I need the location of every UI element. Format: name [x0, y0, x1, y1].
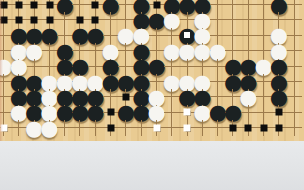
black-territory-marker [123, 94, 130, 101]
board-point [0, 28, 11, 43]
board-point: ● [27, 105, 42, 120]
board-point [256, 43, 271, 58]
board-point: ● [164, 12, 179, 27]
black-territory-marker [107, 109, 114, 116]
board-point: ● [271, 0, 286, 12]
board-point [256, 0, 271, 12]
board-point [256, 120, 271, 135]
board-point [57, 28, 72, 43]
board-point: ● [42, 28, 57, 43]
board-point [88, 0, 103, 12]
black-territory-marker [31, 1, 38, 8]
board-point: ● [72, 28, 87, 43]
board-point [195, 59, 210, 74]
board-point [42, 59, 57, 74]
board-point [180, 12, 195, 27]
board-point: ● [57, 0, 72, 12]
board-point: ● [164, 74, 179, 89]
board-point: ● [134, 89, 149, 104]
board-point [88, 59, 103, 74]
board-point [241, 0, 256, 12]
board-point [195, 120, 210, 135]
board-point: ● [11, 89, 26, 104]
board-point: ● [256, 59, 271, 74]
board-point [225, 89, 240, 104]
board-point [88, 120, 103, 135]
board-point: ● [118, 28, 133, 43]
board-point [27, 0, 42, 12]
board-point: ● [72, 59, 87, 74]
board-point [27, 59, 42, 74]
letterbox-strip [0, 141, 304, 190]
board-point: ● [149, 12, 164, 27]
black-territory-marker [15, 17, 22, 24]
board-point: ● [42, 74, 57, 89]
black-territory-marker [77, 17, 84, 24]
board-point: ● [134, 43, 149, 58]
board-point: ● [271, 28, 286, 43]
white-territory-marker [0, 124, 7, 131]
board-point [118, 89, 133, 104]
board-point [287, 74, 302, 89]
board-point [256, 28, 271, 43]
board-point [72, 0, 87, 12]
board-point [103, 89, 118, 104]
board-point: ● [118, 74, 133, 89]
board-point [287, 89, 302, 104]
board-point [72, 43, 87, 58]
black-territory-marker [46, 17, 53, 24]
board-point [164, 28, 179, 43]
board-point [287, 12, 302, 27]
board-point [11, 0, 26, 12]
board-point: ● [118, 105, 133, 120]
board-point: ● [225, 59, 240, 74]
board-point [241, 43, 256, 58]
board-point: ● [72, 105, 87, 120]
board-point: ● [241, 74, 256, 89]
board-point: ● [72, 74, 87, 89]
go-board[interactable]: ●●●●●●●●●●●●●●●●●●●●●●●●●●●●●●●●●●●●●●●●… [0, 0, 304, 141]
board-point: ● [57, 43, 72, 58]
board-point [57, 12, 72, 27]
board-point [57, 120, 72, 135]
board-point: ● [134, 105, 149, 120]
board-point: ● [225, 105, 240, 120]
board-point [256, 12, 271, 27]
board-point: ● [180, 28, 195, 43]
board-point [287, 43, 302, 58]
board-point [103, 105, 118, 120]
board-point: ● [180, 0, 195, 12]
black-territory-marker [92, 17, 99, 24]
board-point: ● [195, 89, 210, 104]
board-point [225, 120, 240, 135]
board-point: ● [11, 59, 26, 74]
board-point [0, 12, 11, 27]
board-point [287, 59, 302, 74]
board-point [180, 59, 195, 74]
board-point: ● [180, 74, 195, 89]
black-territory-marker [230, 124, 237, 131]
board-point: ● [195, 43, 210, 58]
board-point: ● [195, 74, 210, 89]
board-point: ● [27, 89, 42, 104]
board-point: ● [164, 43, 179, 58]
black-territory-marker [260, 124, 267, 131]
board-point: ● [164, 0, 179, 12]
board-point: ● [0, 59, 11, 74]
board-point: ● [103, 74, 118, 89]
board-point: ● [134, 74, 149, 89]
board-point [103, 120, 118, 135]
board-point [42, 0, 57, 12]
board-point: ● [149, 59, 164, 74]
board-point [134, 120, 149, 135]
board-point [27, 12, 42, 27]
black-territory-marker [0, 1, 7, 8]
board-point: ● [103, 59, 118, 74]
board-point [210, 0, 225, 12]
board-point: ● [271, 74, 286, 89]
black-territory-marker [153, 1, 160, 8]
board-point [180, 105, 195, 120]
board-point [0, 43, 11, 58]
black-territory-marker [31, 17, 38, 24]
board-point [118, 59, 133, 74]
board-point: ● [241, 89, 256, 104]
board-point: ● [271, 89, 286, 104]
board-point: ● [195, 28, 210, 43]
board-point [149, 120, 164, 135]
board-point [0, 120, 11, 135]
board-point [256, 89, 271, 104]
board-point [0, 74, 11, 89]
board-point [210, 120, 225, 135]
board-point [149, 0, 164, 12]
board-point: ● [225, 74, 240, 89]
board-point [72, 12, 87, 27]
board-point: ● [72, 89, 87, 104]
black-territory-marker [0, 17, 7, 24]
board-point [225, 12, 240, 27]
board-point [118, 0, 133, 12]
video-frame: ●●●●●●●●●●●●●●●●●●●●●●●●●●●●●●●●●●●●●●●●… [0, 0, 304, 190]
black-territory-marker [46, 1, 53, 8]
board-point [225, 28, 240, 43]
board-point [210, 74, 225, 89]
board-point: ● [134, 0, 149, 12]
board-point [241, 120, 256, 135]
white-territory-marker [184, 109, 191, 116]
black-territory-marker [275, 124, 282, 131]
board-point [42, 12, 57, 27]
board-point: ● [134, 12, 149, 27]
board-point [88, 43, 103, 58]
board-point [164, 120, 179, 135]
board-point: ● [149, 105, 164, 120]
board-point: ● [103, 43, 118, 58]
board-point: ● [241, 59, 256, 74]
board-point [271, 12, 286, 27]
board-point: ● [271, 59, 286, 74]
board-point: ● [149, 89, 164, 104]
board-point [164, 89, 179, 104]
board-point: ● [11, 74, 26, 89]
board-point [118, 120, 133, 135]
go-board-grid: ●●●●●●●●●●●●●●●●●●●●●●●●●●●●●●●●●●●●●●●●… [0, 0, 302, 136]
board-point [11, 120, 26, 135]
board-point [149, 43, 164, 58]
board-point: ● [27, 43, 42, 58]
board-point [287, 0, 302, 12]
board-point: ● [42, 105, 57, 120]
board-point [225, 0, 240, 12]
board-point: ● [134, 28, 149, 43]
black-territory-marker [245, 124, 252, 131]
board-point: ● [57, 105, 72, 120]
board-point: ● [210, 105, 225, 120]
white-stone: ● [25, 118, 43, 139]
board-point [241, 28, 256, 43]
black-territory-marker [92, 1, 99, 8]
board-point: ● [195, 0, 210, 12]
board-point [287, 28, 302, 43]
board-point [11, 12, 26, 27]
board-point [210, 28, 225, 43]
board-point [241, 105, 256, 120]
board-point: ● [57, 74, 72, 89]
white-territory-marker [184, 124, 191, 131]
board-point: ● [271, 43, 286, 58]
board-point: ● [88, 74, 103, 89]
board-point [180, 120, 195, 135]
black-territory-marker [275, 109, 282, 116]
board-point [271, 105, 286, 120]
board-point: ● [11, 43, 26, 58]
board-point [42, 43, 57, 58]
board-point: ● [180, 43, 195, 58]
board-point: ● [42, 89, 57, 104]
board-point: ● [42, 120, 57, 135]
board-point [0, 0, 11, 12]
board-point: ● [57, 59, 72, 74]
black-territory-marker [107, 124, 114, 131]
board-point [256, 105, 271, 120]
board-point: ● [103, 0, 118, 12]
board-point [225, 43, 240, 58]
board-point [164, 105, 179, 120]
board-point [0, 89, 11, 104]
board-point [88, 12, 103, 27]
board-point [149, 28, 164, 43]
board-point: ● [180, 89, 195, 104]
board-point: ● [27, 120, 42, 135]
board-point [72, 120, 87, 135]
board-point: ● [57, 89, 72, 104]
board-point [118, 43, 133, 58]
board-point: ● [195, 105, 210, 120]
board-point [118, 12, 133, 27]
board-point [164, 59, 179, 74]
board-point [210, 89, 225, 104]
board-point [0, 105, 11, 120]
board-point: ● [88, 28, 103, 43]
board-point [256, 74, 271, 89]
board-point: ● [134, 59, 149, 74]
board-point [103, 12, 118, 27]
white-territory-marker [153, 124, 160, 131]
white-stone: ● [40, 118, 58, 139]
last-move-marker [184, 32, 190, 38]
board-point [210, 59, 225, 74]
board-point [149, 74, 164, 89]
board-point [287, 105, 302, 120]
board-point: ● [88, 105, 103, 120]
board-point [241, 12, 256, 27]
board-point: ● [195, 12, 210, 27]
board-point: ● [11, 105, 26, 120]
board-point [287, 120, 302, 135]
board-point: ● [210, 43, 225, 58]
board-point: ● [88, 89, 103, 104]
board-point [103, 28, 118, 43]
board-point [271, 120, 286, 135]
board-point: ● [27, 28, 42, 43]
board-point: ● [27, 74, 42, 89]
board-point: ● [11, 28, 26, 43]
black-territory-marker [15, 1, 22, 8]
board-point [210, 12, 225, 27]
